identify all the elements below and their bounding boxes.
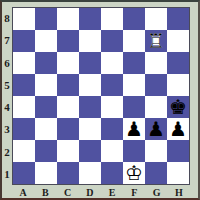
square-e2[interactable] (101, 140, 123, 162)
square-a2[interactable] (13, 140, 35, 162)
square-f7[interactable] (123, 30, 145, 52)
square-d7[interactable] (79, 30, 101, 52)
square-b3[interactable] (35, 118, 57, 140)
square-d4[interactable] (79, 96, 101, 118)
square-a4[interactable] (13, 96, 35, 118)
square-c2[interactable] (57, 140, 79, 162)
square-a8[interactable] (13, 8, 35, 30)
rank-label: 7 (2, 29, 12, 51)
square-h5[interactable] (167, 74, 189, 96)
square-h6[interactable] (167, 52, 189, 74)
square-c6[interactable] (57, 52, 79, 74)
square-h3[interactable]: ♟ (167, 118, 189, 140)
square-g3[interactable]: ♟ (145, 118, 167, 140)
rank-label: 2 (2, 141, 12, 163)
chess-board: ♜♖♚♟♟♟♚♔ (12, 7, 190, 185)
king-glyph-outline: ♔ (123, 162, 145, 184)
square-b2[interactable] (35, 140, 57, 162)
rank-label: 3 (2, 118, 12, 140)
square-d1[interactable] (79, 162, 101, 184)
piece-white-rook[interactable]: ♜♖ (145, 30, 167, 52)
square-f3[interactable]: ♟ (123, 118, 145, 140)
file-label: E (101, 186, 123, 198)
square-c1[interactable] (57, 162, 79, 184)
square-d3[interactable] (79, 118, 101, 140)
square-h4[interactable]: ♚ (167, 96, 189, 118)
square-a7[interactable] (13, 30, 35, 52)
rank-label: 4 (2, 96, 12, 118)
file-label: H (168, 186, 190, 198)
square-g6[interactable] (145, 52, 167, 74)
file-label: C (57, 186, 79, 198)
square-f5[interactable] (123, 74, 145, 96)
file-label: F (123, 186, 145, 198)
square-c7[interactable] (57, 30, 79, 52)
square-e7[interactable] (101, 30, 123, 52)
square-h7[interactable] (167, 30, 189, 52)
file-label: D (79, 186, 101, 198)
square-h2[interactable] (167, 140, 189, 162)
rank-label: 6 (2, 52, 12, 74)
square-a6[interactable] (13, 52, 35, 74)
square-c8[interactable] (57, 8, 79, 30)
square-d5[interactable] (79, 74, 101, 96)
rank-label: 5 (2, 74, 12, 96)
square-g1[interactable] (145, 162, 167, 184)
square-b6[interactable] (35, 52, 57, 74)
file-label: B (34, 186, 56, 198)
file-label: G (146, 186, 168, 198)
rank-label: 1 (2, 163, 12, 185)
square-a5[interactable] (13, 74, 35, 96)
square-e8[interactable] (101, 8, 123, 30)
square-b5[interactable] (35, 74, 57, 96)
piece-black-pawn[interactable]: ♟ (167, 118, 189, 140)
piece-black-pawn[interactable]: ♟ (123, 118, 145, 140)
square-c3[interactable] (57, 118, 79, 140)
square-h1[interactable] (167, 162, 189, 184)
square-e3[interactable] (101, 118, 123, 140)
square-e5[interactable] (101, 74, 123, 96)
square-e1[interactable] (101, 162, 123, 184)
square-f1[interactable]: ♚♔ (123, 162, 145, 184)
square-b4[interactable] (35, 96, 57, 118)
square-d2[interactable] (79, 140, 101, 162)
file-labels: ABCDEFGH (12, 186, 190, 198)
square-d8[interactable] (79, 8, 101, 30)
square-c5[interactable] (57, 74, 79, 96)
rank-label: 8 (2, 7, 12, 29)
square-f2[interactable] (123, 140, 145, 162)
square-b8[interactable] (35, 8, 57, 30)
square-g8[interactable] (145, 8, 167, 30)
square-a1[interactable] (13, 162, 35, 184)
square-h8[interactable] (167, 8, 189, 30)
rank-labels: 87654321 (2, 7, 12, 185)
file-label: A (12, 186, 34, 198)
piece-black-pawn[interactable]: ♟ (145, 118, 167, 140)
piece-white-king[interactable]: ♚♔ (123, 162, 145, 184)
chess-diagram: 87654321 ♜♖♚♟♟♟♚♔ ABCDEFGH (0, 0, 200, 200)
square-a3[interactable] (13, 118, 35, 140)
square-g4[interactable] (145, 96, 167, 118)
rook-glyph-outline: ♖ (145, 30, 167, 52)
square-f8[interactable] (123, 8, 145, 30)
square-e4[interactable] (101, 96, 123, 118)
square-f4[interactable] (123, 96, 145, 118)
square-g5[interactable] (145, 74, 167, 96)
square-d6[interactable] (79, 52, 101, 74)
square-b1[interactable] (35, 162, 57, 184)
square-f6[interactable] (123, 52, 145, 74)
square-g2[interactable] (145, 140, 167, 162)
square-c4[interactable] (57, 96, 79, 118)
square-e6[interactable] (101, 52, 123, 74)
square-b7[interactable] (35, 30, 57, 52)
square-g7[interactable]: ♜♖ (145, 30, 167, 52)
piece-black-king[interactable]: ♚ (167, 96, 189, 118)
